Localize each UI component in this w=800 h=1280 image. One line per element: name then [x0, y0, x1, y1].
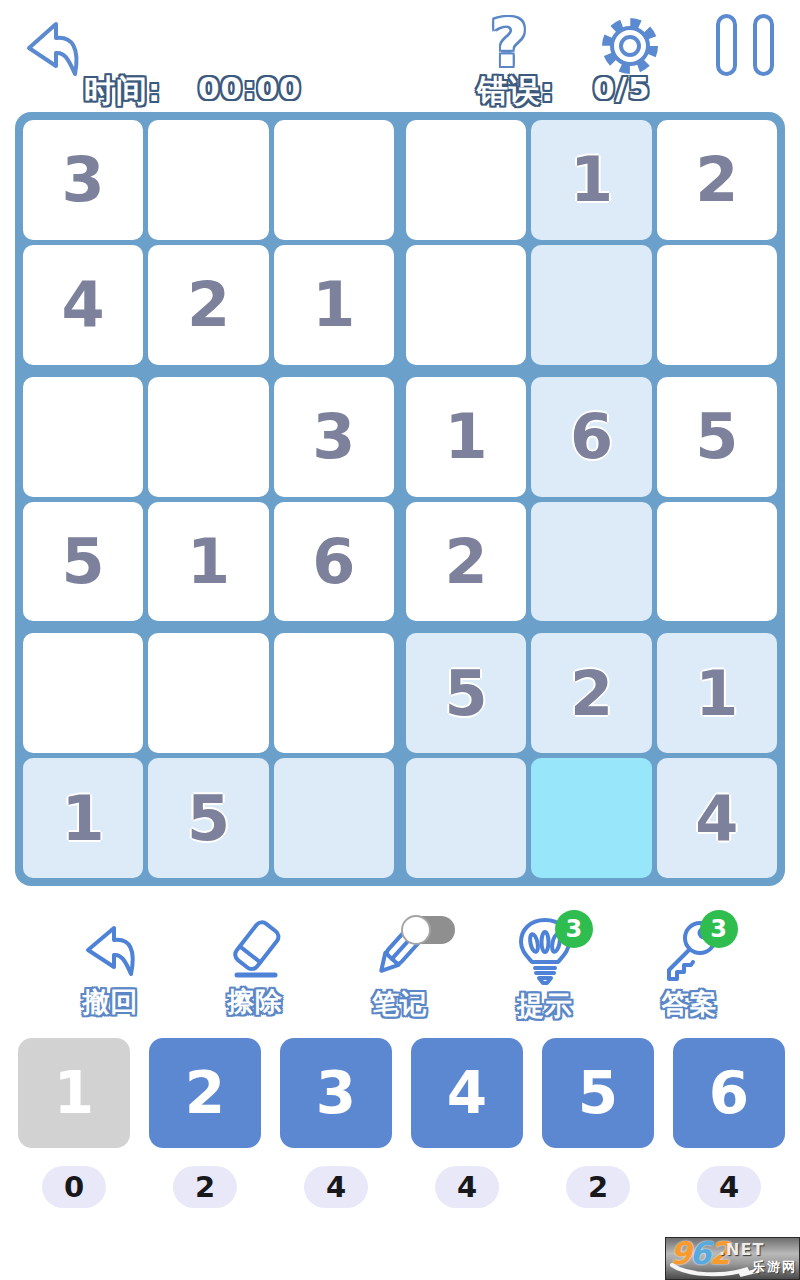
remaining-counts: 0 2 4 4 2 4	[18, 1166, 785, 1208]
sudoku-app: ? 时间: 00:00 错误: 0/5 31242131655162521154…	[0, 0, 800, 1280]
numpad-4[interactable]: 4	[411, 1038, 523, 1148]
site-logo: 962 .NET 乐游网	[665, 1237, 800, 1280]
cell-r4c6[interactable]	[657, 502, 777, 622]
count-3: 4	[304, 1166, 368, 1208]
answer-button[interactable]: 3 答案	[617, 916, 762, 1020]
sudoku-board: 31242131655162521154	[15, 112, 785, 886]
cell-r3c3[interactable]: 3	[274, 377, 394, 497]
logo-site-name: 乐游网	[752, 1258, 797, 1276]
number-pad: 1 2 3 4 5 6	[18, 1038, 785, 1148]
cell-r4c4[interactable]: 2	[406, 502, 526, 622]
numpad-1[interactable]: 1	[18, 1038, 130, 1148]
cell-r5c6[interactable]: 1	[657, 633, 777, 753]
cell-r6c6[interactable]: 4	[657, 758, 777, 878]
hint-badge: 3	[555, 910, 593, 948]
toggle-knob	[401, 915, 431, 945]
cell-r4c2[interactable]: 1	[148, 502, 268, 622]
notes-button[interactable]: 笔记	[328, 916, 473, 1020]
cell-r2c5[interactable]	[531, 245, 651, 365]
erase-label: 擦除	[227, 984, 283, 1020]
cell-r4c1[interactable]: 5	[23, 502, 143, 622]
cell-r1c5[interactable]: 1	[531, 120, 651, 240]
cell-r6c3[interactable]	[274, 758, 394, 878]
cell-r6c1[interactable]: 1	[23, 758, 143, 878]
count-4: 4	[435, 1166, 499, 1208]
undo-label: 撤回	[82, 984, 138, 1020]
errors-label: 错误:	[477, 70, 554, 112]
cell-r6c2[interactable]: 5	[148, 758, 268, 878]
cell-r5c3[interactable]	[274, 633, 394, 753]
count-2: 2	[173, 1166, 237, 1208]
cell-r2c6[interactable]	[657, 245, 777, 365]
cell-r2c2[interactable]: 2	[148, 245, 268, 365]
eraser-icon	[223, 916, 287, 982]
cell-r6c5[interactable]	[531, 758, 651, 878]
cell-r6c4[interactable]	[406, 758, 526, 878]
cell-r5c2[interactable]	[148, 633, 268, 753]
erase-button[interactable]: 擦除	[183, 916, 328, 1020]
time-label: 时间:	[84, 70, 161, 112]
toolbar: 撤回 擦除	[38, 916, 762, 1020]
cell-r4c5[interactable]	[531, 502, 651, 622]
numpad-2[interactable]: 2	[149, 1038, 261, 1148]
cell-r3c5[interactable]: 6	[531, 377, 651, 497]
numpad-5[interactable]: 5	[542, 1038, 654, 1148]
undo-button[interactable]: 撤回	[38, 916, 183, 1020]
pause-button[interactable]	[712, 12, 778, 78]
cell-r1c1[interactable]: 3	[23, 120, 143, 240]
back-button[interactable]	[14, 10, 88, 84]
answer-label: 答案	[662, 986, 718, 1022]
cell-r1c4[interactable]	[406, 120, 526, 240]
notes-label: 笔记	[372, 986, 428, 1022]
errors-value: 0/5	[593, 70, 650, 106]
cell-r2c1[interactable]: 4	[23, 245, 143, 365]
cell-r1c6[interactable]: 2	[657, 120, 777, 240]
cell-r1c2[interactable]	[148, 120, 268, 240]
back-arrow-icon	[14, 10, 88, 84]
logo-net: .NET	[719, 1240, 764, 1259]
logo-swoosh-icon	[670, 1262, 762, 1278]
answer-badge: 3	[700, 910, 738, 948]
cell-r2c4[interactable]	[406, 245, 526, 365]
numpad-6[interactable]: 6	[673, 1038, 785, 1148]
cell-r5c4[interactable]: 5	[406, 633, 526, 753]
cell-r4c3[interactable]: 6	[274, 502, 394, 622]
hint-label: 提示	[517, 988, 573, 1024]
cell-r3c4[interactable]: 1	[406, 377, 526, 497]
notes-toggle-off[interactable]	[403, 916, 455, 944]
cell-r5c5[interactable]: 2	[531, 633, 651, 753]
count-6: 4	[697, 1166, 761, 1208]
count-1: 0	[42, 1166, 106, 1208]
hint-button[interactable]: 3 提示	[472, 916, 617, 1020]
cell-r3c1[interactable]	[23, 377, 143, 497]
cell-r1c3[interactable]	[274, 120, 394, 240]
count-5: 2	[566, 1166, 630, 1208]
cell-r2c3[interactable]: 1	[274, 245, 394, 365]
time-value: 00:00	[198, 70, 302, 106]
cell-r3c6[interactable]: 5	[657, 377, 777, 497]
undo-icon	[78, 916, 142, 982]
cell-r5c1[interactable]	[23, 633, 143, 753]
cell-r3c2[interactable]	[148, 377, 268, 497]
numpad-3[interactable]: 3	[280, 1038, 392, 1148]
pause-icon	[712, 12, 778, 78]
